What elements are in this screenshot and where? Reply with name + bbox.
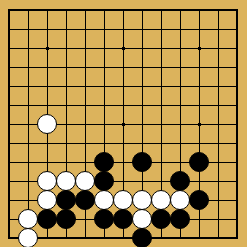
- grid-line-horizontal: [8, 237, 238, 239]
- star-point: [46, 47, 49, 50]
- white-stone: [113, 190, 133, 210]
- star-point: [122, 47, 125, 50]
- white-stone: [132, 190, 152, 210]
- white-stone: [18, 228, 38, 247]
- star-point: [198, 47, 201, 50]
- black-stone: [151, 209, 171, 229]
- white-stone: [94, 190, 114, 210]
- black-stone: [37, 209, 57, 229]
- black-stone: [75, 190, 95, 210]
- white-stone: [170, 190, 190, 210]
- go-diagram: [0, 0, 247, 247]
- white-stone: [151, 190, 171, 210]
- white-stone: [37, 171, 57, 191]
- black-stone: [189, 190, 209, 210]
- white-stone: [18, 209, 38, 229]
- black-stone: [170, 171, 190, 191]
- black-stone: [170, 209, 190, 229]
- grid-line-vertical: [236, 9, 238, 239]
- black-stone: [113, 209, 133, 229]
- grid-line-vertical: [218, 9, 219, 239]
- white-stone: [132, 209, 152, 229]
- white-stone: [56, 171, 76, 191]
- black-stone: [94, 209, 114, 229]
- go-board: [0, 0, 247, 247]
- star-point: [122, 123, 125, 126]
- black-stone: [189, 152, 209, 172]
- black-stone: [94, 171, 114, 191]
- black-stone: [56, 190, 76, 210]
- white-stone: [37, 190, 57, 210]
- star-point: [198, 123, 201, 126]
- black-stone: [56, 209, 76, 229]
- white-stone: [75, 171, 95, 191]
- black-stone: [132, 152, 152, 172]
- black-stone: [132, 228, 152, 247]
- grid-line-horizontal: [8, 143, 238, 144]
- black-stone: [94, 152, 114, 172]
- white-stone: [37, 114, 57, 134]
